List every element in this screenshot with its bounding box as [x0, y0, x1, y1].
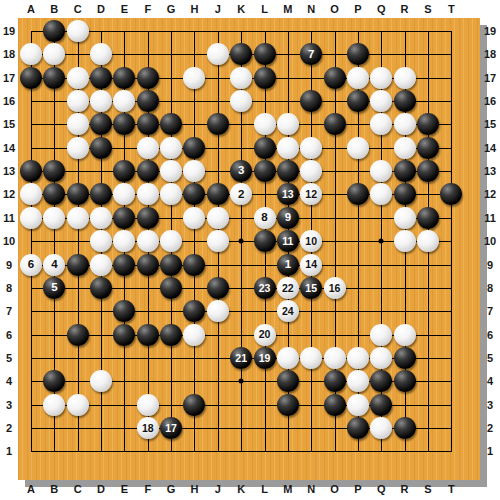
stone-black[interactable] [137, 160, 159, 182]
stone-black[interactable] [113, 254, 135, 276]
stone-white[interactable] [160, 183, 182, 205]
stone-white[interactable] [90, 207, 112, 229]
stone-black[interactable] [277, 394, 299, 416]
stone-white[interactable] [67, 394, 89, 416]
row-label-left-15: 15 [3, 118, 15, 130]
stone-white[interactable] [20, 183, 42, 205]
stone-black[interactable] [394, 370, 416, 392]
stone-white[interactable] [160, 230, 182, 252]
stone-black[interactable] [113, 324, 135, 346]
stone-white[interactable] [67, 113, 89, 135]
stone-white-move-16[interactable]: 16 [324, 277, 346, 299]
stone-white[interactable] [394, 324, 416, 346]
stone-black[interactable] [254, 67, 276, 89]
stone-white[interactable] [207, 207, 229, 229]
stone-black[interactable] [183, 300, 205, 322]
stone-black-move-21[interactable]: 21 [230, 347, 252, 369]
stone-black[interactable] [300, 90, 322, 112]
stone-white[interactable] [20, 43, 42, 65]
stone-black[interactable] [137, 254, 159, 276]
stone-black[interactable] [160, 113, 182, 135]
column-label-bottom-C: C [74, 483, 82, 495]
stone-white[interactable] [230, 90, 252, 112]
stone-white-move-22[interactable]: 22 [277, 277, 299, 299]
stone-black[interactable] [417, 160, 439, 182]
stone-black[interactable] [183, 137, 205, 159]
grid-line-horizontal [31, 451, 452, 452]
row-label-right-6: 6 [487, 329, 493, 341]
column-label-top-G: G [167, 3, 176, 15]
grid-line-horizontal [31, 311, 452, 312]
stone-black[interactable] [137, 324, 159, 346]
row-label-left-10: 10 [3, 235, 15, 247]
stone-white[interactable] [300, 347, 322, 369]
stone-white[interactable] [370, 183, 392, 205]
stone-white[interactable] [67, 20, 89, 42]
stone-black[interactable] [254, 230, 276, 252]
stone-black[interactable] [417, 113, 439, 135]
stone-black-move-3[interactable]: 3 [230, 160, 252, 182]
stone-black[interactable] [160, 277, 182, 299]
stone-white[interactable] [370, 113, 392, 135]
stone-white[interactable] [370, 324, 392, 346]
stone-white-move-14[interactable]: 14 [300, 254, 322, 276]
stone-black-move-7[interactable]: 7 [300, 43, 322, 65]
go-board[interactable]: 732131289111064114523221516242021191817 [18, 18, 480, 480]
stone-white[interactable] [67, 137, 89, 159]
column-label-bottom-T: T [448, 483, 455, 495]
stone-black[interactable] [394, 90, 416, 112]
stone-black-move-13[interactable]: 13 [277, 183, 299, 205]
stone-black[interactable] [370, 370, 392, 392]
row-label-right-11: 11 [484, 212, 496, 224]
stone-black-move-5[interactable]: 5 [43, 277, 65, 299]
stone-white[interactable] [137, 394, 159, 416]
column-label-bottom-K: K [237, 483, 245, 495]
stone-white[interactable] [67, 207, 89, 229]
stone-white-move-10[interactable]: 10 [300, 230, 322, 252]
column-label-top-L: L [261, 3, 268, 15]
stone-black[interactable] [207, 183, 229, 205]
star-point [379, 239, 384, 244]
stone-white-move-12[interactable]: 12 [300, 183, 322, 205]
row-label-right-17: 17 [484, 72, 496, 84]
column-label-bottom-J: J [215, 483, 221, 495]
stone-black[interactable] [324, 370, 346, 392]
stone-black[interactable] [254, 137, 276, 159]
column-label-bottom-M: M [283, 483, 292, 495]
grid-line-vertical [451, 31, 452, 452]
stone-white[interactable] [207, 43, 229, 65]
stone-white[interactable] [277, 137, 299, 159]
column-label-top-J: J [215, 3, 221, 15]
column-label-top-Q: Q [377, 3, 386, 15]
column-label-top-A: A [27, 3, 35, 15]
stone-white[interactable] [347, 137, 369, 159]
stone-black[interactable] [347, 183, 369, 205]
stone-black[interactable] [67, 183, 89, 205]
stone-white[interactable] [277, 113, 299, 135]
stone-white[interactable] [347, 347, 369, 369]
stone-black[interactable] [417, 207, 439, 229]
stone-black[interactable] [113, 300, 135, 322]
row-label-left-12: 12 [3, 188, 15, 200]
row-label-right-5: 5 [487, 352, 493, 364]
column-label-top-D: D [97, 3, 105, 15]
stone-black[interactable] [90, 137, 112, 159]
column-label-top-T: T [448, 3, 455, 15]
stone-white[interactable] [137, 183, 159, 205]
stone-black[interactable] [394, 160, 416, 182]
stone-white[interactable] [90, 230, 112, 252]
stone-black[interactable] [183, 254, 205, 276]
stone-white[interactable] [207, 300, 229, 322]
stone-black[interactable] [254, 160, 276, 182]
stone-black[interactable] [43, 20, 65, 42]
stone-black[interactable] [113, 113, 135, 135]
stone-black[interactable] [137, 67, 159, 89]
go-game-diagram: 732131289111064114523221516242021191817 … [0, 0, 500, 500]
row-label-left-5: 5 [6, 352, 12, 364]
stone-black[interactable] [440, 183, 462, 205]
star-point [239, 379, 244, 384]
stone-black[interactable] [394, 417, 416, 439]
stone-black[interactable] [347, 43, 369, 65]
column-label-bottom-F: F [144, 483, 151, 495]
column-label-top-C: C [74, 3, 82, 15]
column-label-top-F: F [144, 3, 151, 15]
stone-black[interactable] [43, 183, 65, 205]
column-label-bottom-Q: Q [377, 483, 386, 495]
row-label-left-18: 18 [3, 48, 15, 60]
stone-black[interactable] [113, 160, 135, 182]
column-label-bottom-A: A [27, 483, 35, 495]
stone-black[interactable] [90, 277, 112, 299]
stone-black-move-15[interactable]: 15 [300, 277, 322, 299]
stone-black[interactable] [370, 394, 392, 416]
stone-white[interactable] [160, 160, 182, 182]
stone-white[interactable] [394, 67, 416, 89]
stone-black[interactable] [90, 67, 112, 89]
row-label-left-13: 13 [3, 165, 15, 177]
stone-white[interactable] [90, 90, 112, 112]
stone-white-move-18[interactable]: 18 [137, 417, 159, 439]
column-label-top-E: E [121, 3, 128, 15]
stone-black[interactable] [20, 67, 42, 89]
stone-black[interactable] [324, 394, 346, 416]
stone-black[interactable] [90, 113, 112, 135]
stone-white-move-8[interactable]: 8 [254, 207, 276, 229]
row-label-right-7: 7 [487, 305, 493, 317]
stone-black[interactable] [113, 207, 135, 229]
row-label-right-12: 12 [484, 188, 496, 200]
stone-black[interactable] [347, 417, 369, 439]
row-label-right-10: 10 [484, 235, 496, 247]
stone-black[interactable] [183, 183, 205, 205]
row-label-right-13: 13 [484, 165, 496, 177]
stone-black[interactable] [43, 160, 65, 182]
row-label-left-8: 8 [6, 282, 12, 294]
stone-white-move-6[interactable]: 6 [20, 254, 42, 276]
stone-black[interactable] [417, 137, 439, 159]
stone-white[interactable] [113, 183, 135, 205]
row-label-right-4: 4 [487, 375, 493, 387]
stone-black[interactable] [43, 370, 65, 392]
stone-white[interactable] [183, 160, 205, 182]
row-label-left-6: 6 [6, 329, 12, 341]
column-label-bottom-B: B [50, 483, 58, 495]
stone-white[interactable] [254, 113, 276, 135]
column-label-bottom-G: G [167, 483, 176, 495]
stone-black[interactable] [90, 183, 112, 205]
row-label-right-19: 19 [484, 25, 496, 37]
column-label-top-R: R [401, 3, 409, 15]
stone-white[interactable] [300, 160, 322, 182]
column-label-top-P: P [354, 3, 361, 15]
stone-black[interactable] [277, 160, 299, 182]
column-label-top-K: K [237, 3, 245, 15]
row-label-right-18: 18 [484, 48, 496, 60]
stone-white-move-2[interactable]: 2 [230, 183, 252, 205]
stone-white[interactable] [90, 370, 112, 392]
stone-white[interactable] [417, 230, 439, 252]
column-label-top-N: N [307, 3, 315, 15]
stone-white[interactable] [277, 347, 299, 369]
stone-black-move-1[interactable]: 1 [277, 254, 299, 276]
stone-black[interactable] [113, 67, 135, 89]
row-label-left-17: 17 [3, 72, 15, 84]
stone-white[interactable] [300, 137, 322, 159]
stone-black[interactable] [347, 90, 369, 112]
stone-white[interactable] [370, 90, 392, 112]
stone-white[interactable] [137, 137, 159, 159]
stone-white[interactable] [230, 67, 252, 89]
stone-white[interactable] [43, 207, 65, 229]
row-label-left-1: 1 [6, 445, 12, 457]
stone-white[interactable] [183, 67, 205, 89]
stone-black[interactable] [160, 254, 182, 276]
column-label-bottom-L: L [261, 483, 268, 495]
column-label-bottom-R: R [401, 483, 409, 495]
stone-white[interactable] [67, 67, 89, 89]
stone-white[interactable] [370, 417, 392, 439]
stone-white[interactable] [370, 67, 392, 89]
stone-black[interactable] [324, 67, 346, 89]
column-label-bottom-H: H [190, 483, 198, 495]
stone-white[interactable] [183, 324, 205, 346]
column-label-bottom-D: D [97, 483, 105, 495]
stone-white[interactable] [160, 137, 182, 159]
stone-white[interactable] [347, 370, 369, 392]
row-label-right-3: 3 [487, 399, 493, 411]
row-label-left-14: 14 [3, 142, 15, 154]
stone-white[interactable] [113, 90, 135, 112]
stone-black[interactable] [207, 113, 229, 135]
stone-white[interactable] [90, 43, 112, 65]
stone-black[interactable] [67, 324, 89, 346]
stone-white[interactable] [183, 207, 205, 229]
row-label-left-7: 7 [6, 305, 12, 317]
stone-white[interactable] [90, 254, 112, 276]
stone-white[interactable] [137, 230, 159, 252]
column-label-top-O: O [330, 3, 339, 15]
column-label-bottom-N: N [307, 483, 315, 495]
stone-white[interactable] [43, 43, 65, 65]
stone-black[interactable] [207, 277, 229, 299]
column-label-top-M: M [283, 3, 292, 15]
stone-white[interactable] [207, 230, 229, 252]
stone-black[interactable] [160, 324, 182, 346]
row-label-left-11: 11 [3, 212, 15, 224]
stone-black[interactable] [183, 394, 205, 416]
column-label-bottom-O: O [330, 483, 339, 495]
row-label-right-16: 16 [484, 95, 496, 107]
column-label-top-H: H [190, 3, 198, 15]
row-label-right-2: 2 [487, 422, 493, 434]
stone-black[interactable] [394, 183, 416, 205]
row-label-left-9: 9 [6, 259, 12, 271]
row-label-left-4: 4 [6, 375, 12, 387]
stone-white[interactable] [370, 160, 392, 182]
stone-black[interactable] [137, 90, 159, 112]
column-label-top-S: S [424, 3, 431, 15]
stone-white[interactable] [67, 90, 89, 112]
stone-black[interactable] [324, 113, 346, 135]
star-point [239, 239, 244, 244]
stone-black-move-19[interactable]: 19 [254, 347, 276, 369]
stone-white-move-20[interactable]: 20 [254, 324, 276, 346]
stone-black-move-9[interactable]: 9 [277, 207, 299, 229]
stone-white-move-4[interactable]: 4 [43, 254, 65, 276]
row-label-left-16: 16 [3, 95, 15, 107]
stone-black[interactable] [67, 254, 89, 276]
stone-black[interactable] [230, 43, 252, 65]
stone-black[interactable] [277, 370, 299, 392]
column-label-bottom-E: E [121, 483, 128, 495]
stone-black[interactable] [20, 160, 42, 182]
stone-white-move-24[interactable]: 24 [277, 300, 299, 322]
stone-white[interactable] [370, 347, 392, 369]
row-label-right-1: 1 [487, 445, 493, 457]
stone-white[interactable] [394, 230, 416, 252]
stone-black[interactable] [137, 113, 159, 135]
stone-white[interactable] [43, 394, 65, 416]
stone-white[interactable] [394, 207, 416, 229]
row-label-left-2: 2 [6, 422, 12, 434]
stone-black-move-17[interactable]: 17 [160, 417, 182, 439]
row-label-left-19: 19 [3, 25, 15, 37]
stone-white[interactable] [113, 230, 135, 252]
row-label-right-8: 8 [487, 282, 493, 294]
row-label-right-14: 14 [484, 142, 496, 154]
row-label-left-3: 3 [6, 399, 12, 411]
stone-black[interactable] [43, 67, 65, 89]
stone-black-move-23[interactable]: 23 [254, 277, 276, 299]
stone-white[interactable] [347, 394, 369, 416]
column-label-top-B: B [50, 3, 58, 15]
stone-white[interactable] [20, 207, 42, 229]
stone-white[interactable] [394, 113, 416, 135]
row-label-right-15: 15 [484, 118, 496, 130]
stone-white[interactable] [347, 67, 369, 89]
column-label-bottom-P: P [354, 483, 361, 495]
stone-black-move-11[interactable]: 11 [277, 230, 299, 252]
stone-white[interactable] [324, 347, 346, 369]
stone-white[interactable] [394, 137, 416, 159]
stone-black[interactable] [137, 207, 159, 229]
column-label-bottom-S: S [424, 483, 431, 495]
stone-black[interactable] [394, 347, 416, 369]
row-label-right-9: 9 [487, 259, 493, 271]
stone-black[interactable] [254, 43, 276, 65]
